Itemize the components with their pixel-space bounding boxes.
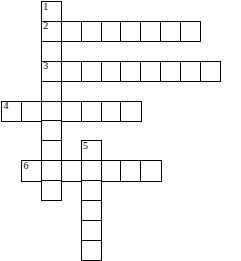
crossword-cell-r8c1[interactable]: 6 xyxy=(21,160,42,181)
crossword-cell-r8c3[interactable] xyxy=(61,160,82,181)
crossword-cell-r3c5[interactable] xyxy=(101,61,122,82)
crossword-cell-r8c5[interactable] xyxy=(101,160,122,181)
crossword-cell-r9c4[interactable] xyxy=(81,180,102,201)
crossword-cell-r3c6[interactable] xyxy=(120,61,141,82)
crossword-board: 123456 xyxy=(0,0,241,261)
crossword-cell-r2c2[interactable] xyxy=(41,41,62,62)
crossword-cell-r3c2[interactable]: 3 xyxy=(41,61,62,82)
crossword-cell-r3c7[interactable] xyxy=(140,61,161,82)
crossword-cell-r5c1[interactable] xyxy=(21,101,42,122)
crossword-cell-r8c6[interactable] xyxy=(120,160,141,181)
crossword-cell-r0c2[interactable]: 1 xyxy=(41,1,62,22)
crossword-cell-r1c3[interactable] xyxy=(61,21,82,42)
crossword-cell-r1c4[interactable] xyxy=(81,21,102,42)
crossword-cell-r5c2[interactable] xyxy=(41,101,62,122)
crossword-cell-r1c9[interactable] xyxy=(180,21,201,42)
crossword-cell-r1c7[interactable] xyxy=(140,21,161,42)
crossword-cell-r5c5[interactable] xyxy=(101,101,122,122)
crossword-cell-r3c8[interactable] xyxy=(160,61,181,82)
crossword-cell-r3c9[interactable] xyxy=(180,61,201,82)
clue-number-6: 6 xyxy=(23,161,28,171)
crossword-cell-r1c6[interactable] xyxy=(120,21,141,42)
crossword-cell-r10c4[interactable] xyxy=(81,200,102,221)
crossword-cell-r6c2[interactable] xyxy=(41,120,62,141)
crossword-cell-r1c2[interactable]: 2 xyxy=(41,21,62,42)
crossword-cell-r3c10[interactable] xyxy=(200,61,221,82)
clue-number-5: 5 xyxy=(83,141,88,151)
crossword-cell-r9c2[interactable] xyxy=(41,180,62,201)
clue-number-3: 3 xyxy=(43,61,48,71)
crossword-cell-r5c4[interactable] xyxy=(81,101,102,122)
crossword-cell-r1c8[interactable] xyxy=(160,21,181,42)
clue-number-2: 2 xyxy=(43,21,48,31)
crossword-cell-r7c4[interactable]: 5 xyxy=(81,140,102,161)
crossword-cell-r5c0[interactable]: 4 xyxy=(1,101,22,122)
crossword-cell-r8c7[interactable] xyxy=(140,160,161,181)
clue-number-1: 1 xyxy=(43,2,48,12)
crossword-cell-r8c4[interactable] xyxy=(81,160,102,181)
crossword-cell-r3c4[interactable] xyxy=(81,61,102,82)
crossword-cell-r8c2[interactable] xyxy=(41,160,62,181)
crossword-cell-r4c2[interactable] xyxy=(41,81,62,102)
crossword-cell-r12c4[interactable] xyxy=(81,240,102,261)
crossword-cell-r5c3[interactable] xyxy=(61,101,82,122)
clue-number-4: 4 xyxy=(4,101,9,111)
crossword-cell-r1c5[interactable] xyxy=(101,21,122,42)
crossword-cell-r7c2[interactable] xyxy=(41,140,62,161)
crossword-cell-r11c4[interactable] xyxy=(81,220,102,241)
crossword-cell-r5c6[interactable] xyxy=(120,101,141,122)
crossword-cell-r3c3[interactable] xyxy=(61,61,82,82)
